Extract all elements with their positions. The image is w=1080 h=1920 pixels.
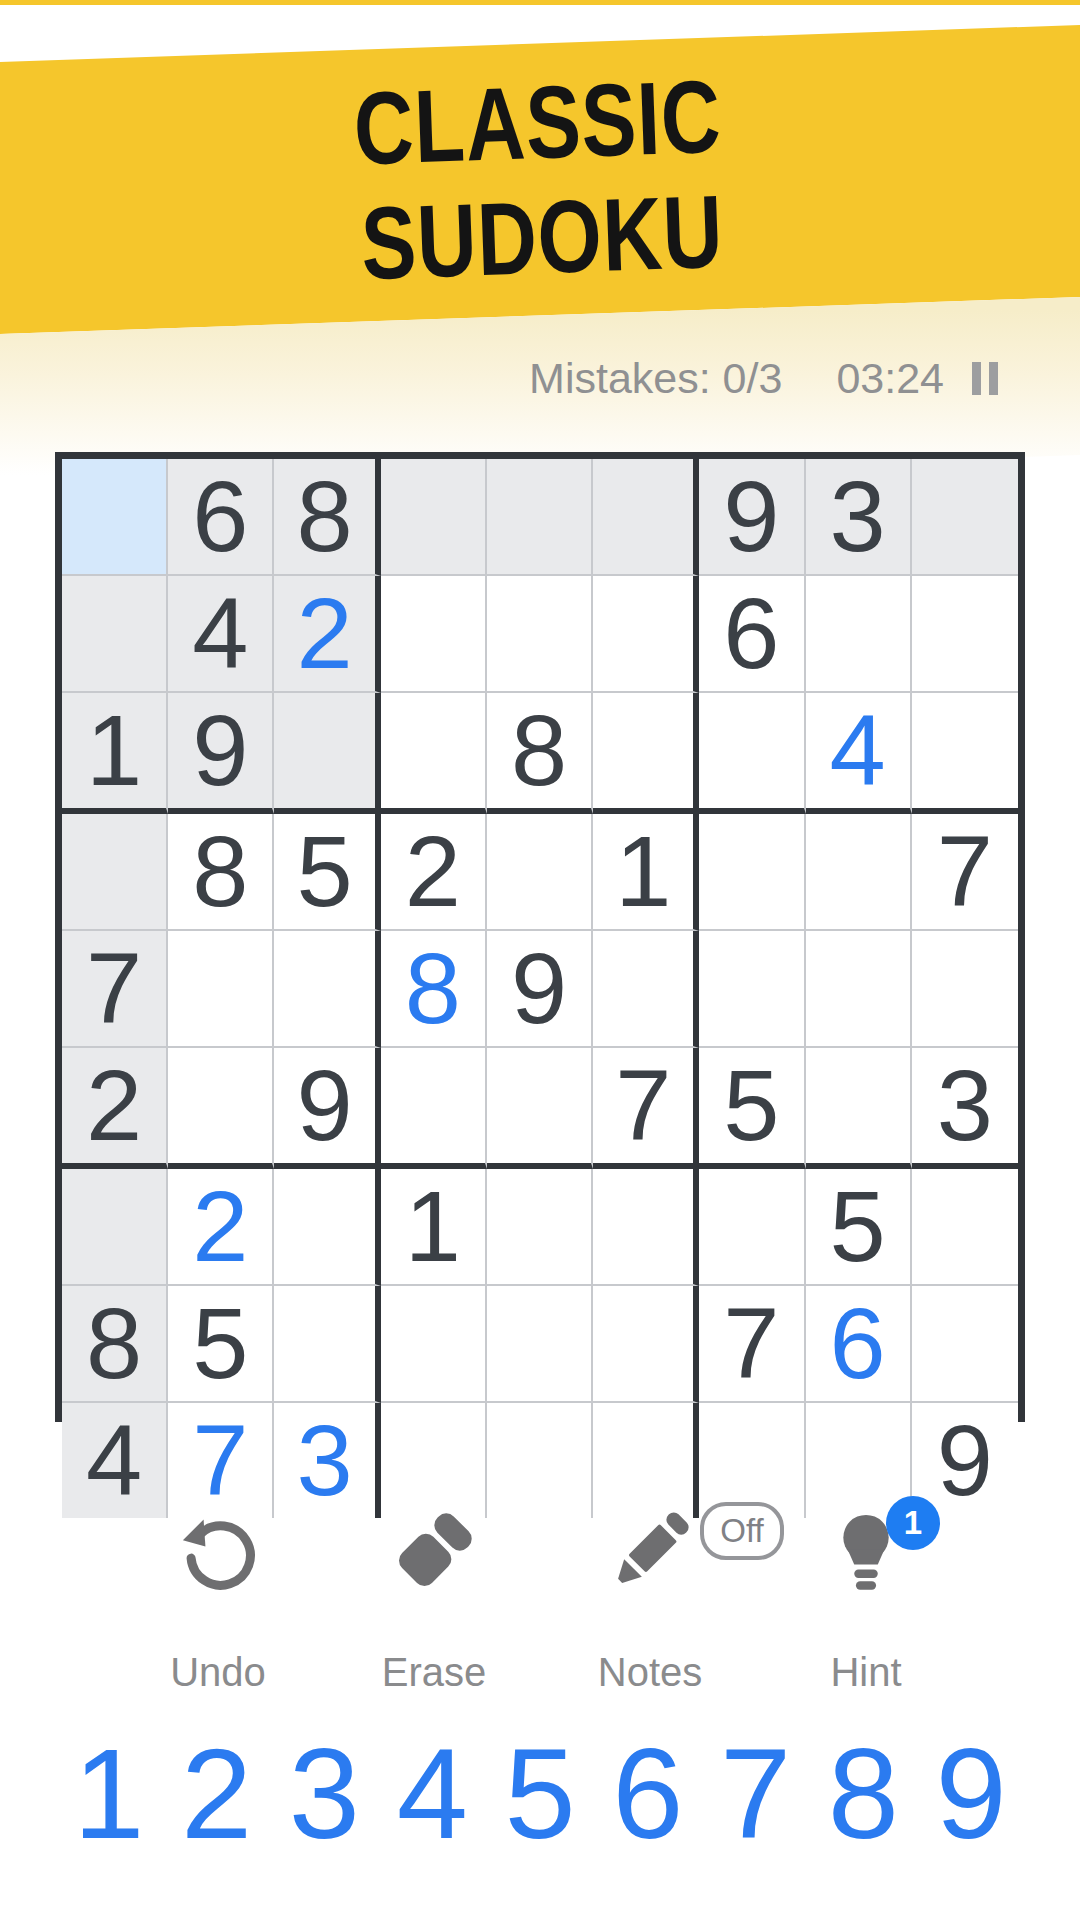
cell-r7c6[interactable] <box>593 1169 699 1286</box>
cell-r2c9[interactable] <box>912 576 1018 693</box>
numpad-key-2[interactable]: 2 <box>163 1726 271 1862</box>
cell-r2c5[interactable] <box>487 576 593 693</box>
banner-top-strip <box>0 0 1080 5</box>
numpad: 123456789 <box>55 1726 1025 1862</box>
numpad-key-6[interactable]: 6 <box>594 1726 702 1862</box>
cell-r9c4[interactable] <box>381 1403 487 1518</box>
erase-label: Erase <box>382 1650 487 1695</box>
cell-r3c4[interactable] <box>381 693 487 814</box>
cell-r1c2[interactable]: 6 <box>168 459 274 576</box>
cell-r8c9[interactable] <box>912 1286 1018 1403</box>
cell-r3c5[interactable]: 8 <box>487 693 593 814</box>
cell-r5c3[interactable] <box>274 931 380 1048</box>
cell-r3c7[interactable] <box>699 693 805 814</box>
pause-icon <box>972 362 981 395</box>
cell-r6c8[interactable] <box>806 1048 912 1169</box>
cell-r9c1[interactable]: 4 <box>62 1403 168 1518</box>
cell-r5c9[interactable] <box>912 931 1018 1048</box>
cell-r2c1[interactable] <box>62 576 168 693</box>
pause-button[interactable] <box>970 360 1000 397</box>
cell-r5c6[interactable] <box>593 931 699 1048</box>
cell-r6c1[interactable]: 2 <box>62 1048 168 1169</box>
cell-r7c4[interactable]: 1 <box>381 1169 487 1286</box>
cell-r4c6[interactable]: 1 <box>593 814 699 931</box>
cell-r4c3[interactable]: 5 <box>274 814 380 931</box>
cell-r3c1[interactable]: 1 <box>62 693 168 814</box>
numpad-key-8[interactable]: 8 <box>809 1726 917 1862</box>
cell-r9c2[interactable]: 7 <box>168 1403 274 1518</box>
cell-r8c6[interactable] <box>593 1286 699 1403</box>
cell-r3c9[interactable] <box>912 693 1018 814</box>
cell-r3c8[interactable]: 4 <box>806 693 912 814</box>
numpad-key-7[interactable]: 7 <box>702 1726 810 1862</box>
hint-label: Hint <box>830 1650 901 1695</box>
cell-r8c8[interactable]: 6 <box>806 1286 912 1403</box>
numpad-key-4[interactable]: 4 <box>378 1726 486 1862</box>
cell-r4c5[interactable] <box>487 814 593 931</box>
timer: 03:24 <box>836 354 944 403</box>
cell-r3c6[interactable] <box>593 693 699 814</box>
cell-r8c2[interactable]: 5 <box>168 1286 274 1403</box>
numpad-key-1[interactable]: 1 <box>55 1726 163 1862</box>
cell-r6c3[interactable]: 9 <box>274 1048 380 1169</box>
undo-icon <box>173 1506 263 1600</box>
cell-r1c5[interactable] <box>487 459 593 576</box>
cell-r1c8[interactable]: 3 <box>806 459 912 576</box>
cell-r8c4[interactable] <box>381 1286 487 1403</box>
cell-r1c1[interactable] <box>62 459 168 576</box>
cell-r2c3[interactable]: 2 <box>274 576 380 693</box>
cell-r6c5[interactable] <box>487 1048 593 1169</box>
undo-button[interactable]: Undo <box>110 1504 326 1695</box>
numpad-key-5[interactable]: 5 <box>486 1726 594 1862</box>
cell-r5c7[interactable] <box>699 931 805 1048</box>
cell-r6c6[interactable]: 7 <box>593 1048 699 1169</box>
cell-r6c9[interactable]: 3 <box>912 1048 1018 1169</box>
cell-r1c7[interactable]: 9 <box>699 459 805 576</box>
sudoku-board: 68934261984852177892975321585764739 <box>55 452 1025 1422</box>
cell-r7c5[interactable] <box>487 1169 593 1286</box>
pencil-icon <box>602 1503 698 1603</box>
status-bar: Mistakes: 0/3 03:24 <box>529 356 1000 400</box>
cell-r4c9[interactable]: 7 <box>912 814 1018 931</box>
cell-r7c7[interactable] <box>699 1169 805 1286</box>
mistakes-counter: Mistakes: 0/3 <box>529 354 782 403</box>
cell-r1c9[interactable] <box>912 459 1018 576</box>
app-title-line2: SUDOKU <box>359 174 725 302</box>
undo-label: Undo <box>170 1650 266 1695</box>
cell-r9c7[interactable] <box>699 1403 805 1518</box>
cell-r6c2[interactable] <box>168 1048 274 1169</box>
cell-r1c4[interactable] <box>381 459 487 576</box>
notes-button[interactable]: Off Notes <box>542 1504 758 1695</box>
cell-r4c2[interactable]: 8 <box>168 814 274 931</box>
cell-r5c4[interactable]: 8 <box>381 931 487 1048</box>
numpad-key-9[interactable]: 9 <box>917 1726 1025 1862</box>
pause-icon <box>989 362 998 395</box>
cell-r5c5[interactable]: 9 <box>487 931 593 1048</box>
cell-r4c8[interactable] <box>806 814 912 931</box>
hint-button[interactable]: 1 Hint <box>758 1504 974 1695</box>
numpad-key-3[interactable]: 3 <box>271 1726 379 1862</box>
cell-r3c3[interactable] <box>274 693 380 814</box>
cell-r8c5[interactable] <box>487 1286 593 1403</box>
cell-r8c1[interactable]: 8 <box>62 1286 168 1403</box>
hint-count-badge: 1 <box>886 1496 940 1550</box>
cell-r2c8[interactable] <box>806 576 912 693</box>
cell-r2c7[interactable]: 6 <box>699 576 805 693</box>
eraser-icon <box>386 1503 482 1603</box>
cell-r7c2[interactable]: 2 <box>168 1169 274 1286</box>
cell-r3c2[interactable]: 9 <box>168 693 274 814</box>
cell-r8c3[interactable] <box>274 1286 380 1403</box>
cell-r9c6[interactable] <box>593 1403 699 1518</box>
notes-label: Notes <box>598 1650 703 1695</box>
cell-r2c6[interactable] <box>593 576 699 693</box>
cell-r5c8[interactable] <box>806 931 912 1048</box>
cell-r1c3[interactable]: 8 <box>274 459 380 576</box>
cell-r9c5[interactable] <box>487 1403 593 1518</box>
cell-r7c9[interactable] <box>912 1169 1018 1286</box>
cell-r2c4[interactable] <box>381 576 487 693</box>
title-banner: CLASSIC SUDOKU <box>0 0 1080 340</box>
cell-r2c2[interactable]: 4 <box>168 576 274 693</box>
cell-r5c2[interactable] <box>168 931 274 1048</box>
cell-r9c3[interactable]: 3 <box>274 1403 380 1518</box>
cell-r5c1[interactable]: 7 <box>62 931 168 1048</box>
toolbar: Undo Erase <box>110 1504 974 1695</box>
cell-r4c7[interactable] <box>699 814 805 931</box>
cell-r4c1[interactable] <box>62 814 168 931</box>
cell-r4c4[interactable]: 2 <box>381 814 487 931</box>
cell-r1c6[interactable] <box>593 459 699 576</box>
cell-r7c1[interactable] <box>62 1169 168 1286</box>
cell-r6c4[interactable] <box>381 1048 487 1169</box>
app-title-line1: CLASSIC <box>352 58 723 186</box>
app-title: CLASSIC SUDOKU <box>0 6 1080 354</box>
cell-r7c8[interactable]: 5 <box>806 1169 912 1286</box>
cell-r7c3[interactable] <box>274 1169 380 1286</box>
cell-r8c7[interactable]: 7 <box>699 1286 805 1403</box>
cell-r6c7[interactable]: 5 <box>699 1048 805 1169</box>
erase-button[interactable]: Erase <box>326 1504 542 1695</box>
